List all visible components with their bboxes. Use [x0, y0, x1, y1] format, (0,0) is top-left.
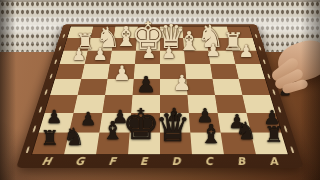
- square-f5: [105, 79, 134, 95]
- file-label-b: B: [236, 155, 247, 167]
- square-b8: [221, 133, 256, 155]
- file-label-e: E: [140, 155, 148, 167]
- square-g2: [88, 38, 114, 51]
- square-b3: [208, 51, 235, 65]
- board-squares: [32, 27, 288, 155]
- square-f3: [110, 51, 136, 65]
- square-g7: [69, 113, 102, 133]
- square-d3: [160, 51, 185, 65]
- file-label-f: F: [108, 155, 117, 167]
- square-c3: [184, 51, 210, 65]
- square-d4: [160, 64, 186, 79]
- square-g8: [64, 133, 99, 155]
- square-f8: [96, 133, 130, 155]
- square-g4: [81, 64, 109, 79]
- square-c8: [190, 133, 224, 155]
- file-label-h: H: [40, 155, 52, 167]
- square-b2: [206, 38, 232, 51]
- square-h8: [32, 133, 69, 155]
- square-c4: [185, 64, 212, 79]
- square-h5: [50, 79, 81, 95]
- square-d1: [160, 27, 183, 39]
- player-hand: [258, 40, 320, 106]
- file-label-a: A: [268, 155, 280, 167]
- square-h2: [64, 38, 91, 51]
- square-h6: [45, 95, 78, 113]
- square-d2: [160, 38, 184, 51]
- square-e5: [133, 79, 160, 95]
- square-f6: [102, 95, 132, 113]
- square-h3: [59, 51, 87, 65]
- square-a8: [251, 133, 288, 155]
- square-e4: [134, 64, 160, 79]
- square-d5: [160, 79, 187, 95]
- square-a3: [232, 51, 260, 65]
- chess-video-frame: HGFEDCBA ♜♞♝♚♛♝♞♜♟♟♟♟♟♟♟♟♟♟♟♟♟♟♟♟♜♞♝♚♛♝♞…: [0, 0, 320, 180]
- square-h7: [39, 113, 74, 133]
- square-d6: [160, 95, 189, 113]
- square-e2: [136, 38, 160, 51]
- square-c6: [187, 95, 217, 113]
- square-g5: [78, 79, 108, 95]
- square-e6: [131, 95, 160, 113]
- square-g1: [91, 27, 116, 39]
- square-d8: [160, 133, 192, 155]
- square-c7: [189, 113, 221, 133]
- square-b7: [218, 113, 251, 133]
- file-label-g: G: [74, 155, 85, 167]
- square-c1: [182, 27, 206, 39]
- square-e3: [135, 51, 160, 65]
- square-e7: [130, 113, 160, 133]
- square-h1: [67, 27, 93, 39]
- square-f2: [112, 38, 137, 51]
- square-b1: [205, 27, 230, 39]
- square-b5: [213, 79, 243, 95]
- square-e8: [128, 133, 160, 155]
- square-c5: [186, 79, 215, 95]
- file-label-d: D: [171, 155, 180, 167]
- file-label-c: C: [204, 155, 213, 167]
- square-a2: [229, 38, 256, 51]
- square-a1: [227, 27, 253, 39]
- square-b4: [210, 64, 238, 79]
- square-d7: [160, 113, 190, 133]
- square-a7: [246, 113, 281, 133]
- square-h4: [55, 64, 85, 79]
- square-f4: [107, 64, 134, 79]
- square-b6: [215, 95, 247, 113]
- square-e1: [137, 27, 160, 39]
- square-g3: [85, 51, 112, 65]
- square-c2: [183, 38, 208, 51]
- file-labels: HGFEDCBA: [28, 155, 292, 167]
- square-f7: [99, 113, 131, 133]
- square-g6: [74, 95, 106, 113]
- square-f1: [114, 27, 138, 39]
